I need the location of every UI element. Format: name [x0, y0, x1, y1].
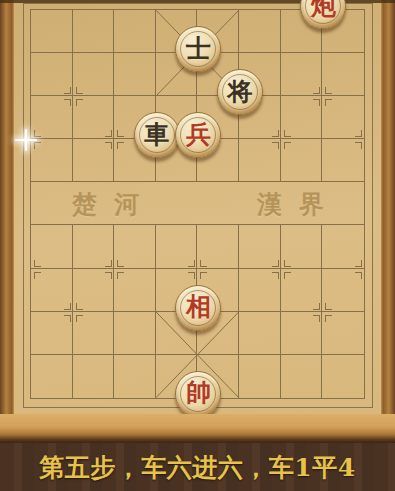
point-marker-corner: [117, 260, 124, 267]
point-marker-corner: [76, 303, 83, 310]
sparkle-icon: [15, 129, 37, 151]
piece-black-general[interactable]: 将: [217, 69, 263, 115]
piece-character: 相: [186, 294, 211, 319]
piece-character: 車: [144, 122, 169, 147]
point-marker-corner: [117, 272, 124, 279]
point-marker-corner: [284, 130, 291, 137]
point-marker-corner: [200, 272, 207, 279]
grid-cell: [31, 355, 73, 398]
point-marker-corner: [355, 142, 362, 149]
grid-cell: [114, 10, 156, 53]
point-marker-corner: [272, 130, 279, 137]
piece-red-king[interactable]: 帥: [175, 371, 221, 417]
point-marker-corner: [76, 99, 83, 106]
point-marker-corner: [325, 99, 332, 106]
point-marker-corner: [64, 303, 71, 310]
point-marker-corner: [76, 315, 83, 322]
point-marker-corner: [325, 303, 332, 310]
piece-character: 兵: [186, 122, 211, 147]
point-marker-corner: [284, 260, 291, 267]
grid-cell: [31, 10, 73, 53]
app-screen: 楚河 漢界 炮士将車兵相帥 第五步，车六进六，车1平4: [0, 0, 395, 491]
point-marker-corner: [325, 87, 332, 94]
point-marker-corner: [34, 260, 41, 267]
point-marker-corner: [325, 315, 332, 322]
move-caption-text: 第五步，车六进六，车1平4: [39, 451, 355, 484]
point-marker-corner: [284, 142, 291, 149]
grid-cell: [239, 10, 281, 53]
point-marker-corner: [188, 272, 195, 279]
grid-cell: [197, 182, 239, 225]
point-marker-corner: [272, 272, 279, 279]
point-marker-corner: [313, 99, 320, 106]
board-frame-left: [0, 0, 14, 443]
piece-character: 士: [186, 36, 211, 61]
point-marker-corner: [313, 315, 320, 322]
point-marker-corner: [34, 272, 41, 279]
point-marker-corner: [64, 87, 71, 94]
point-marker-corner: [355, 260, 362, 267]
point-marker-corner: [105, 130, 112, 137]
point-marker-corner: [117, 130, 124, 137]
point-marker-corner: [200, 260, 207, 267]
piece-character: 将: [228, 79, 253, 104]
piece-black-chariot[interactable]: 車: [134, 112, 180, 158]
board-frame-right: [381, 0, 395, 443]
point-marker-corner: [284, 272, 291, 279]
point-marker-corner: [313, 303, 320, 310]
point-marker-corner: [76, 87, 83, 94]
board-front-edge: [0, 414, 395, 443]
point-marker-corner: [105, 260, 112, 267]
grid-cell: [31, 182, 73, 225]
piece-character: 帥: [186, 380, 211, 405]
point-marker-corner: [64, 315, 71, 322]
river-label-chu-he: 楚河: [72, 188, 156, 221]
grid-cell: [281, 355, 323, 398]
grid-cell: [239, 312, 281, 355]
point-marker-corner: [64, 99, 71, 106]
grid-cell: [239, 355, 281, 398]
grid-cell: [73, 355, 115, 398]
grid-cell: [114, 355, 156, 398]
move-caption-bar: 第五步，车六进六，车1平4: [0, 443, 395, 491]
point-marker-corner: [188, 260, 195, 267]
point-marker-corner: [105, 142, 112, 149]
piece-red-elephant[interactable]: 相: [175, 285, 221, 331]
grid-cell: [73, 10, 115, 53]
point-marker-corner: [105, 272, 112, 279]
point-marker-corner: [313, 87, 320, 94]
river-label-han-jie: 漢界: [257, 188, 341, 221]
point-marker-corner: [355, 272, 362, 279]
xiangqi-board[interactable]: 楚河 漢界 炮士将車兵相帥: [0, 0, 395, 443]
point-marker-corner: [355, 130, 362, 137]
grid-cell: [156, 182, 198, 225]
piece-character: 炮: [311, 0, 336, 18]
point-marker-corner: [117, 142, 124, 149]
point-marker-corner: [272, 142, 279, 149]
point-marker-corner: [272, 260, 279, 267]
grid-cell: [114, 312, 156, 355]
grid-cell: [114, 53, 156, 96]
grid-cell: [322, 355, 364, 398]
